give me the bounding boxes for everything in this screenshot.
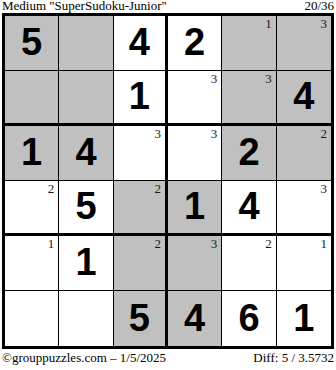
cell-value: 5 <box>75 187 96 227</box>
copyright-text: ©grouppuzzles.com – 1/5/2025 <box>2 351 166 365</box>
corner-clue: 2 <box>154 182 161 195</box>
cell-r6c2[interactable] <box>59 291 113 346</box>
cell-value: 1 <box>21 133 42 173</box>
cell-value: 4 <box>184 299 205 339</box>
corner-clue: 3 <box>265 72 272 85</box>
cell-r1c6[interactable]: 3 <box>277 16 331 71</box>
corner-clue: 3 <box>211 72 218 85</box>
cell-r4c6[interactable]: 3 <box>277 181 331 236</box>
cell-r2c3[interactable]: 1 <box>114 71 168 126</box>
cell-r1c3[interactable]: 4 <box>114 16 168 71</box>
cell-r1c4[interactable]: 2 <box>168 16 222 71</box>
cell-value: 1 <box>129 77 150 117</box>
corner-clue: 2 <box>154 237 161 250</box>
corner-clue: 3 <box>320 182 327 195</box>
cell-r2c6[interactable]: 4 <box>277 71 331 126</box>
corner-clue: 3 <box>211 237 218 250</box>
cell-r1c2[interactable] <box>59 16 113 71</box>
cell-r6c4[interactable]: 4 <box>168 291 222 346</box>
cell-r3c1[interactable]: 1 <box>5 126 59 181</box>
puzzle-page: Medium "SuperSudoku-Junior" 20/36 542131… <box>0 0 336 370</box>
corner-clue: 2 <box>265 237 272 250</box>
cell-value: 4 <box>238 187 259 227</box>
cell-r2c2[interactable] <box>59 71 113 126</box>
cell-r2c4[interactable]: 3 <box>168 71 222 126</box>
cell-r5c5[interactable]: 2 <box>222 236 276 291</box>
sudoku-board: 5421313341433222521431123215461 <box>2 13 334 349</box>
corner-clue: 3 <box>154 127 161 140</box>
cell-r6c3[interactable]: 5 <box>114 291 168 346</box>
cell-value: 4 <box>75 133 96 173</box>
cell-r4c2[interactable]: 5 <box>59 181 113 236</box>
cell-r4c4[interactable]: 1 <box>168 181 222 236</box>
cell-r4c1[interactable]: 2 <box>5 181 59 236</box>
cell-r6c5[interactable]: 6 <box>222 291 276 346</box>
corner-clue: 2 <box>48 182 55 195</box>
cell-r1c1[interactable]: 5 <box>5 16 59 71</box>
cell-r3c3[interactable]: 3 <box>114 126 168 181</box>
cell-value: 1 <box>184 187 205 227</box>
corner-clue: 1 <box>265 17 272 30</box>
cell-r3c4[interactable]: 3 <box>168 126 222 181</box>
cell-r5c3[interactable]: 2 <box>114 236 168 291</box>
cell-value: 2 <box>238 133 259 173</box>
cell-value: 6 <box>238 299 259 339</box>
cell-value: 2 <box>184 23 205 63</box>
cell-value: 4 <box>129 23 150 63</box>
cell-r1c5[interactable]: 1 <box>222 16 276 71</box>
corner-clue: 1 <box>320 237 327 250</box>
cell-r2c1[interactable] <box>5 71 59 126</box>
corner-clue: 2 <box>320 127 327 140</box>
header: Medium "SuperSudoku-Junior" 20/36 <box>2 0 334 12</box>
footer: ©grouppuzzles.com – 1/5/2025 Diff: 5 / 3… <box>2 351 334 365</box>
cell-r2c5[interactable]: 3 <box>222 71 276 126</box>
cell-r3c6[interactable]: 2 <box>277 126 331 181</box>
cell-value: 5 <box>129 299 150 339</box>
difficulty-text: Diff: 5 / 3.5732 <box>253 351 334 365</box>
puzzle-title: Medium "SuperSudoku-Junior" <box>2 0 167 12</box>
corner-clue: 3 <box>211 127 218 140</box>
corner-clue: 3 <box>320 17 327 30</box>
cell-r5c6[interactable]: 1 <box>277 236 331 291</box>
corner-clue: 1 <box>48 237 55 250</box>
cell-value: 4 <box>293 77 314 117</box>
cell-r5c1[interactable]: 1 <box>5 236 59 291</box>
cell-r5c2[interactable]: 1 <box>59 236 113 291</box>
cell-r4c3[interactable]: 2 <box>114 181 168 236</box>
cell-value: 5 <box>21 23 42 63</box>
cell-value: 1 <box>75 243 96 283</box>
cell-value: 1 <box>293 299 314 339</box>
cell-r3c5[interactable]: 2 <box>222 126 276 181</box>
cell-r6c1[interactable] <box>5 291 59 346</box>
cell-r5c4[interactable]: 3 <box>168 236 222 291</box>
cell-r3c2[interactable]: 4 <box>59 126 113 181</box>
clue-count: 20/36 <box>304 0 334 12</box>
cell-r6c6[interactable]: 1 <box>277 291 331 346</box>
cell-r4c5[interactable]: 4 <box>222 181 276 236</box>
